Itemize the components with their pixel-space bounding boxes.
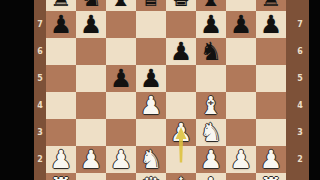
white-bishop-f1: ♝ xyxy=(200,173,222,180)
white-rook-h1: ♜ xyxy=(260,173,282,180)
square-e6[interactable]: ♟ xyxy=(166,38,196,65)
square-g6[interactable] xyxy=(226,38,256,65)
square-f6[interactable]: ♞ xyxy=(196,38,226,65)
chess-board[interactable]: ♜♞♝♛♚♝♜♟♟♟♟♟♟♞♟♟♟♝♟♞♟♟♟♞♟♟♟♜♛♚♝♜ xyxy=(46,0,286,180)
square-c5[interactable]: ♟ xyxy=(106,65,136,92)
square-c1[interactable] xyxy=(106,173,136,180)
square-e8[interactable]: ♚ xyxy=(166,0,196,11)
square-b1[interactable] xyxy=(76,173,106,180)
white-pawn-c2: ♟ xyxy=(110,146,132,173)
white-pawn-g2: ♟ xyxy=(230,146,252,173)
white-pawn-e3: ♟ xyxy=(170,119,192,146)
square-h2[interactable]: ♟ xyxy=(256,146,286,173)
rank-label-left-7: 7 xyxy=(34,20,46,30)
square-d6[interactable] xyxy=(136,38,166,65)
white-pawn-h2: ♟ xyxy=(260,146,282,173)
square-g5[interactable] xyxy=(226,65,256,92)
square-e3[interactable]: ♟ xyxy=(166,119,196,146)
white-pawn-b2: ♟ xyxy=(80,146,102,173)
black-knight-f6: ♞ xyxy=(200,38,222,65)
black-pawn-c5: ♟ xyxy=(110,65,132,92)
video-frame: ♜♞♝♛♚♝♜♟♟♟♟♟♟♞♟♟♟♝♟♞♟♟♟♞♟♟♟♜♛♚♝♜ 8877665… xyxy=(0,0,320,180)
black-king-e8: ♚ xyxy=(170,0,192,11)
square-g4[interactable] xyxy=(226,92,256,119)
square-c7[interactable] xyxy=(106,11,136,38)
white-knight-d2: ♞ xyxy=(140,146,162,173)
rank-label-right-6: 6 xyxy=(294,47,306,57)
square-a7[interactable]: ♟ xyxy=(46,11,76,38)
square-f7[interactable]: ♟ xyxy=(196,11,226,38)
square-d5[interactable]: ♟ xyxy=(136,65,166,92)
white-king-e1: ♚ xyxy=(170,173,192,180)
square-d8[interactable]: ♛ xyxy=(136,0,166,11)
square-e1[interactable]: ♚ xyxy=(166,173,196,180)
right-black-margin xyxy=(309,0,320,180)
rank-label-right-2: 2 xyxy=(294,155,306,165)
square-g2[interactable]: ♟ xyxy=(226,146,256,173)
square-d4[interactable]: ♟ xyxy=(136,92,166,119)
square-b4[interactable] xyxy=(76,92,106,119)
square-a5[interactable] xyxy=(46,65,76,92)
black-pawn-h7: ♟ xyxy=(260,11,282,38)
square-b6[interactable] xyxy=(76,38,106,65)
square-c4[interactable] xyxy=(106,92,136,119)
white-knight-f3: ♞ xyxy=(200,119,222,146)
square-h6[interactable] xyxy=(256,38,286,65)
square-h1[interactable]: ♜ xyxy=(256,173,286,180)
black-bishop-c8: ♝ xyxy=(110,0,132,11)
rank-label-right-7: 7 xyxy=(294,20,306,30)
square-h3[interactable] xyxy=(256,119,286,146)
black-pawn-a7: ♟ xyxy=(50,11,72,38)
black-pawn-d5: ♟ xyxy=(140,65,162,92)
square-d2[interactable]: ♞ xyxy=(136,146,166,173)
square-b3[interactable] xyxy=(76,119,106,146)
square-a4[interactable] xyxy=(46,92,76,119)
square-c3[interactable] xyxy=(106,119,136,146)
left-black-margin xyxy=(0,0,34,180)
rank-label-right-8: 8 xyxy=(294,0,306,3)
rank-label-left-3: 3 xyxy=(34,128,46,138)
rank-label-left-8: 8 xyxy=(34,0,46,3)
square-g1[interactable] xyxy=(226,173,256,180)
white-bishop-f4: ♝ xyxy=(200,92,222,119)
rank-label-right-5: 5 xyxy=(294,74,306,84)
square-e5[interactable] xyxy=(166,65,196,92)
square-g3[interactable] xyxy=(226,119,256,146)
square-c8[interactable]: ♝ xyxy=(106,0,136,11)
black-pawn-e6: ♟ xyxy=(170,38,192,65)
square-h7[interactable]: ♟ xyxy=(256,11,286,38)
white-queen-d1: ♛ xyxy=(140,173,162,180)
square-d3[interactable] xyxy=(136,119,166,146)
square-h5[interactable] xyxy=(256,65,286,92)
square-h4[interactable] xyxy=(256,92,286,119)
square-a1[interactable]: ♜ xyxy=(46,173,76,180)
rank-label-left-5: 5 xyxy=(34,74,46,84)
white-pawn-f2: ♟ xyxy=(200,146,222,173)
square-f2[interactable]: ♟ xyxy=(196,146,226,173)
square-a2[interactable]: ♟ xyxy=(46,146,76,173)
square-d7[interactable] xyxy=(136,11,166,38)
black-pawn-g7: ♟ xyxy=(230,11,252,38)
white-pawn-a2: ♟ xyxy=(50,146,72,173)
square-a6[interactable] xyxy=(46,38,76,65)
square-c6[interactable] xyxy=(106,38,136,65)
square-a3[interactable] xyxy=(46,119,76,146)
square-b7[interactable]: ♟ xyxy=(76,11,106,38)
black-pawn-b7: ♟ xyxy=(80,11,102,38)
black-queen-d8: ♛ xyxy=(140,0,162,11)
rank-label-left-2: 2 xyxy=(34,155,46,165)
square-g7[interactable]: ♟ xyxy=(226,11,256,38)
white-rook-a1: ♜ xyxy=(50,173,72,180)
rank-label-left-4: 4 xyxy=(34,101,46,111)
square-f3[interactable]: ♞ xyxy=(196,119,226,146)
square-e2[interactable] xyxy=(166,146,196,173)
square-b2[interactable]: ♟ xyxy=(76,146,106,173)
white-pawn-d4: ♟ xyxy=(140,92,162,119)
rank-label-right-3: 3 xyxy=(294,128,306,138)
square-f1[interactable]: ♝ xyxy=(196,173,226,180)
square-e7[interactable] xyxy=(166,11,196,38)
square-b5[interactable] xyxy=(76,65,106,92)
square-f4[interactable]: ♝ xyxy=(196,92,226,119)
rank-label-right-4: 4 xyxy=(294,101,306,111)
square-e4[interactable] xyxy=(166,92,196,119)
black-pawn-f7: ♟ xyxy=(200,11,222,38)
square-f5[interactable] xyxy=(196,65,226,92)
square-c2[interactable]: ♟ xyxy=(106,146,136,173)
rank-label-left-6: 6 xyxy=(34,47,46,57)
square-d1[interactable]: ♛ xyxy=(136,173,166,180)
